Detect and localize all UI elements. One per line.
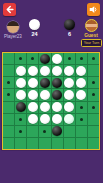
board-cell[interactable]	[15, 65, 26, 76]
legal-move-hint	[80, 106, 83, 109]
board-cell[interactable]	[27, 126, 38, 137]
white-disc	[16, 66, 26, 76]
white-disc	[40, 102, 50, 112]
board-cell[interactable]	[3, 138, 14, 149]
board-cell[interactable]	[27, 89, 38, 100]
board-cell[interactable]	[3, 77, 14, 88]
white-disc	[76, 90, 86, 100]
white-disc	[64, 66, 74, 76]
speaker-icon	[89, 5, 98, 14]
board-cell[interactable]	[88, 102, 99, 113]
white-disc	[28, 90, 38, 100]
legal-move-hint	[92, 106, 95, 109]
turn-badge: Your Turn	[81, 39, 102, 47]
white-disc	[64, 102, 74, 112]
white-disc	[76, 66, 86, 76]
player-right-name: Guest	[80, 33, 102, 38]
board-cell[interactable]	[15, 77, 26, 88]
board-cell[interactable]	[64, 138, 75, 149]
board-cell[interactable]	[52, 53, 63, 64]
board-cell[interactable]	[88, 65, 99, 76]
board-cell[interactable]	[52, 138, 63, 149]
legal-move-hint	[7, 93, 10, 96]
board-cell[interactable]	[3, 126, 14, 137]
white-disc	[28, 66, 38, 76]
board-cell[interactable]	[3, 65, 14, 76]
player-right-avatar	[85, 19, 98, 32]
board-cell[interactable]	[3, 53, 14, 64]
board-cell[interactable]	[15, 89, 26, 100]
board-cell[interactable]	[27, 65, 38, 76]
legal-move-hint	[92, 81, 95, 84]
board-cell[interactable]	[39, 126, 50, 137]
player-left-avatar	[7, 21, 19, 33]
board-cell[interactable]	[27, 77, 38, 88]
black-disc	[16, 102, 26, 112]
black-disc	[40, 78, 50, 88]
white-disc	[52, 66, 62, 76]
white-disc	[52, 114, 62, 124]
legal-move-hint	[80, 57, 83, 60]
white-disc	[28, 78, 38, 88]
legal-move-hint	[19, 118, 22, 121]
board-cell[interactable]	[39, 114, 50, 125]
board-cell[interactable]	[88, 53, 99, 64]
player-left-name: Player23	[1, 34, 25, 39]
board-cell[interactable]	[27, 114, 38, 125]
board-cell[interactable]	[64, 114, 75, 125]
board-cell[interactable]	[76, 102, 87, 113]
legal-move-hint	[19, 130, 22, 133]
back-button[interactable]	[3, 3, 16, 16]
board-cell[interactable]	[76, 65, 87, 76]
white-disc	[64, 114, 74, 124]
board-cell[interactable]	[52, 102, 63, 113]
black-score-count: 6	[64, 31, 75, 37]
board-cell[interactable]	[88, 89, 99, 100]
board-cell[interactable]	[3, 102, 14, 113]
board-cell[interactable]	[39, 138, 50, 149]
board-cell[interactable]	[76, 138, 87, 149]
othello-board	[2, 52, 100, 150]
board-cell[interactable]	[52, 126, 63, 137]
sound-button[interactable]	[87, 3, 100, 16]
board-cell[interactable]	[76, 89, 87, 100]
legal-move-hint	[19, 57, 22, 60]
board-cell[interactable]	[52, 65, 63, 76]
white-disc	[40, 66, 50, 76]
board-cell[interactable]	[15, 102, 26, 113]
board-cell[interactable]	[64, 65, 75, 76]
board-cell[interactable]	[88, 138, 99, 149]
board-cell[interactable]	[15, 114, 26, 125]
board-cell[interactable]	[39, 53, 50, 64]
board-cell[interactable]	[39, 102, 50, 113]
black-disc	[40, 54, 50, 64]
board-cell[interactable]	[39, 89, 50, 100]
board-grid	[3, 53, 99, 149]
white-disc	[16, 90, 26, 100]
legal-move-hint	[43, 130, 46, 133]
legal-move-hint	[31, 57, 34, 60]
black-disc	[52, 90, 62, 100]
board-cell[interactable]	[52, 114, 63, 125]
board-cell[interactable]	[52, 77, 63, 88]
board-cell[interactable]	[88, 126, 99, 137]
white-disc	[40, 114, 50, 124]
board-cell[interactable]	[88, 114, 99, 125]
board-cell[interactable]	[64, 77, 75, 88]
white-disc	[52, 54, 62, 64]
black-disc	[52, 126, 62, 136]
board-cell[interactable]	[3, 114, 14, 125]
white-disc	[76, 78, 86, 88]
white-disc	[52, 102, 62, 112]
white-score-count: 24	[29, 31, 40, 37]
white-disc	[64, 78, 74, 88]
white-score-disc	[29, 19, 40, 30]
game-screen: Player23 24 6 Guest Your Turn	[0, 0, 103, 183]
board-cell[interactable]	[76, 53, 87, 64]
board-cell[interactable]	[39, 65, 50, 76]
board-cell[interactable]	[64, 102, 75, 113]
legal-move-hint	[80, 118, 83, 121]
legal-move-hint	[92, 57, 95, 60]
board-cell[interactable]	[76, 77, 87, 88]
black-disc	[52, 78, 62, 88]
legal-move-hint	[68, 57, 71, 60]
board-cell[interactable]	[76, 114, 87, 125]
board-cell[interactable]	[27, 138, 38, 149]
board-cell[interactable]	[15, 126, 26, 137]
black-score-disc	[64, 19, 75, 30]
legal-move-hint	[92, 93, 95, 96]
back-arrow-icon	[5, 5, 14, 14]
board-cell[interactable]	[64, 89, 75, 100]
board-cell[interactable]	[15, 53, 26, 64]
white-disc	[28, 102, 38, 112]
white-disc	[28, 114, 38, 124]
board-cell[interactable]	[27, 53, 38, 64]
board-cell[interactable]	[64, 53, 75, 64]
board-cell[interactable]	[76, 126, 87, 137]
board-cell[interactable]	[52, 89, 63, 100]
board-cell[interactable]	[39, 77, 50, 88]
board-cell[interactable]	[27, 102, 38, 113]
white-disc	[40, 90, 50, 100]
legal-move-hint	[7, 81, 10, 84]
board-cell[interactable]	[3, 89, 14, 100]
white-disc	[16, 78, 26, 88]
board-cell[interactable]	[64, 126, 75, 137]
white-disc	[64, 90, 74, 100]
board-cell[interactable]	[15, 138, 26, 149]
board-cell[interactable]	[88, 77, 99, 88]
